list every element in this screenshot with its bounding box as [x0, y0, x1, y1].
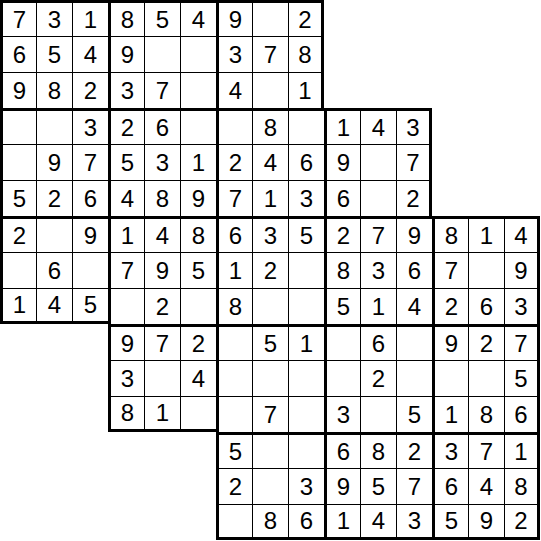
- outside-area-r14c3: [108, 504, 144, 540]
- given-cell-r10c14[interactable]: 5: [504, 360, 540, 396]
- given-cell-r6c7[interactable]: 3: [252, 216, 288, 252]
- given-cell-r6c5[interactable]: 8: [180, 216, 216, 252]
- outside-area-r12c5: [180, 432, 216, 468]
- given-cell-r8c11[interactable]: 4: [396, 288, 432, 324]
- outside-area-r2c11: [396, 72, 432, 108]
- given-cell-r12c9[interactable]: 6: [324, 432, 360, 468]
- outside-area-r9c1: [36, 324, 72, 360]
- given-cell-r14c12[interactable]: 5: [432, 504, 468, 540]
- empty-cell-r7c13[interactable]: [468, 252, 504, 288]
- outside-area-r14c1: [36, 504, 72, 540]
- given-cell-r8c0[interactable]: 1: [0, 288, 36, 324]
- outside-area-r10c0: [0, 360, 36, 396]
- outside-area-r11c1: [36, 396, 72, 432]
- outside-area-r12c3: [108, 432, 144, 468]
- given-cell-r0c8[interactable]: 2: [288, 0, 324, 36]
- empty-cell-r11c5[interactable]: [180, 396, 216, 432]
- given-cell-r11c13[interactable]: 8: [468, 396, 504, 432]
- empty-cell-r3c5[interactable]: [180, 108, 216, 144]
- empty-cell-r10c9[interactable]: [324, 360, 360, 396]
- outside-area-r9c2: [72, 324, 108, 360]
- empty-cell-r1c5[interactable]: [180, 36, 216, 72]
- outside-area-r0c9: [324, 0, 360, 36]
- empty-cell-r10c13[interactable]: [468, 360, 504, 396]
- given-cell-r13c14[interactable]: 8: [504, 468, 540, 504]
- outside-area-r4c12: [432, 144, 468, 180]
- empty-cell-r10c4[interactable]: [144, 360, 180, 396]
- given-cell-r2c6[interactable]: 4: [216, 72, 252, 108]
- given-cell-r3c7[interactable]: 8: [252, 108, 288, 144]
- outside-area-r5c13: [468, 180, 504, 216]
- empty-cell-r14c6[interactable]: [216, 504, 252, 540]
- given-cell-r13c12[interactable]: 6: [432, 468, 468, 504]
- given-cell-r14c14[interactable]: 2: [504, 504, 540, 540]
- given-cell-r11c7[interactable]: 7: [252, 396, 288, 432]
- given-cell-r5c6[interactable]: 7: [216, 180, 252, 216]
- given-cell-r9c8[interactable]: 1: [288, 324, 324, 360]
- given-cell-r9c4[interactable]: 7: [144, 324, 180, 360]
- given-cell-r14c11[interactable]: 3: [396, 504, 432, 540]
- given-cell-r4c7[interactable]: 4: [252, 144, 288, 180]
- given-cell-r5c4[interactable]: 8: [144, 180, 180, 216]
- outside-area-r4c14: [504, 144, 540, 180]
- given-cell-r5c5[interactable]: 9: [180, 180, 216, 216]
- outside-area-r1c14: [504, 36, 540, 72]
- puzzle-page: 7318549265493789823741326814397531246975…: [0, 0, 541, 541]
- given-cell-r6c13[interactable]: 1: [468, 216, 504, 252]
- given-cell-r7c7[interactable]: 2: [252, 252, 288, 288]
- given-cell-r13c8[interactable]: 3: [288, 468, 324, 504]
- given-cell-r6c12[interactable]: 8: [432, 216, 468, 252]
- given-cell-r4c1[interactable]: 9: [36, 144, 72, 180]
- empty-cell-r11c10[interactable]: [360, 396, 396, 432]
- empty-cell-r6c1[interactable]: [36, 216, 72, 252]
- sudoku-board: 7318549265493789823741326814397531246975…: [0, 0, 540, 540]
- given-cell-r1c3[interactable]: 9: [108, 36, 144, 72]
- given-cell-r9c13[interactable]: 2: [468, 324, 504, 360]
- given-cell-r10c5[interactable]: 4: [180, 360, 216, 396]
- empty-cell-r7c8[interactable]: [288, 252, 324, 288]
- given-cell-r2c0[interactable]: 9: [0, 72, 36, 108]
- outside-area-r13c0: [0, 468, 36, 504]
- outside-area-r13c5: [180, 468, 216, 504]
- outside-area-r13c4: [144, 468, 180, 504]
- given-cell-r7c10[interactable]: 3: [360, 252, 396, 288]
- given-cell-r13c9[interactable]: 9: [324, 468, 360, 504]
- given-cell-r0c1[interactable]: 3: [36, 0, 72, 36]
- empty-cell-r13c7[interactable]: [252, 468, 288, 504]
- given-cell-r0c2[interactable]: 1: [72, 0, 108, 36]
- given-cell-r4c11[interactable]: 7: [396, 144, 432, 180]
- outside-area-r0c10: [360, 0, 396, 36]
- outside-area-r12c2: [72, 432, 108, 468]
- outside-area-r3c14: [504, 108, 540, 144]
- given-cell-r7c1[interactable]: 6: [36, 252, 72, 288]
- outside-area-r2c12: [432, 72, 468, 108]
- outside-area-r4c13: [468, 144, 504, 180]
- given-cell-r8c12[interactable]: 2: [432, 288, 468, 324]
- given-cell-r13c6[interactable]: 2: [216, 468, 252, 504]
- given-cell-r9c3[interactable]: 9: [108, 324, 144, 360]
- outside-area-r14c5: [180, 504, 216, 540]
- empty-cell-r10c11[interactable]: [396, 360, 432, 396]
- outside-area-r1c9: [324, 36, 360, 72]
- given-cell-r4c3[interactable]: 5: [108, 144, 144, 180]
- given-cell-r4c6[interactable]: 2: [216, 144, 252, 180]
- given-cell-r6c3[interactable]: 1: [108, 216, 144, 252]
- given-cell-r3c11[interactable]: 3: [396, 108, 432, 144]
- given-cell-r11c14[interactable]: 6: [504, 396, 540, 432]
- given-cell-r8c4[interactable]: 2: [144, 288, 180, 324]
- empty-cell-r2c5[interactable]: [180, 72, 216, 108]
- empty-cell-r10c6[interactable]: [216, 360, 252, 396]
- outside-area-r12c0: [0, 432, 36, 468]
- given-cell-r12c11[interactable]: 2: [396, 432, 432, 468]
- given-cell-r8c1[interactable]: 4: [36, 288, 72, 324]
- outside-area-r5c12: [432, 180, 468, 216]
- given-cell-r3c4[interactable]: 6: [144, 108, 180, 144]
- given-cell-r4c5[interactable]: 1: [180, 144, 216, 180]
- empty-cell-r10c12[interactable]: [432, 360, 468, 396]
- outside-area-r2c14: [504, 72, 540, 108]
- given-cell-r4c9[interactable]: 9: [324, 144, 360, 180]
- given-cell-r2c8[interactable]: 1: [288, 72, 324, 108]
- empty-cell-r9c6[interactable]: [216, 324, 252, 360]
- empty-cell-r10c8[interactable]: [288, 360, 324, 396]
- given-cell-r14c10[interactable]: 4: [360, 504, 396, 540]
- given-cell-r13c13[interactable]: 4: [468, 468, 504, 504]
- given-cell-r6c11[interactable]: 9: [396, 216, 432, 252]
- given-cell-r7c14[interactable]: 9: [504, 252, 540, 288]
- outside-area-r3c13: [468, 108, 504, 144]
- empty-cell-r8c7[interactable]: [252, 288, 288, 324]
- outside-area-r10c1: [36, 360, 72, 396]
- given-cell-r5c0[interactable]: 5: [0, 180, 36, 216]
- empty-cell-r11c6[interactable]: [216, 396, 252, 432]
- outside-area-r1c13: [468, 36, 504, 72]
- given-cell-r13c11[interactable]: 7: [396, 468, 432, 504]
- given-cell-r7c9[interactable]: 8: [324, 252, 360, 288]
- given-cell-r14c13[interactable]: 9: [468, 504, 504, 540]
- given-cell-r1c8[interactable]: 8: [288, 36, 324, 72]
- outside-area-r1c10: [360, 36, 396, 72]
- given-cell-r6c9[interactable]: 2: [324, 216, 360, 252]
- outside-area-r1c11: [396, 36, 432, 72]
- given-cell-r10c10[interactable]: 2: [360, 360, 396, 396]
- given-cell-r0c6[interactable]: 9: [216, 0, 252, 36]
- outside-area-r14c4: [144, 504, 180, 540]
- given-cell-r1c7[interactable]: 7: [252, 36, 288, 72]
- given-cell-r6c10[interactable]: 7: [360, 216, 396, 252]
- outside-area-r1c12: [432, 36, 468, 72]
- outside-area-r3c12: [432, 108, 468, 144]
- given-cell-r7c11[interactable]: 6: [396, 252, 432, 288]
- outside-area-r12c4: [144, 432, 180, 468]
- given-cell-r4c4[interactable]: 3: [144, 144, 180, 180]
- empty-cell-r9c9[interactable]: [324, 324, 360, 360]
- given-cell-r11c4[interactable]: 1: [144, 396, 180, 432]
- given-cell-r1c1[interactable]: 5: [36, 36, 72, 72]
- given-cell-r1c6[interactable]: 3: [216, 36, 252, 72]
- outside-area-r0c12: [432, 0, 468, 36]
- given-cell-r6c2[interactable]: 9: [72, 216, 108, 252]
- given-cell-r7c3[interactable]: 7: [108, 252, 144, 288]
- given-cell-r3c9[interactable]: 1: [324, 108, 360, 144]
- given-cell-r5c8[interactable]: 3: [288, 180, 324, 216]
- empty-cell-r10c7[interactable]: [252, 360, 288, 396]
- given-cell-r0c0[interactable]: 7: [0, 0, 36, 36]
- given-cell-r14c8[interactable]: 6: [288, 504, 324, 540]
- given-cell-r9c12[interactable]: 9: [432, 324, 468, 360]
- given-cell-r2c4[interactable]: 7: [144, 72, 180, 108]
- outside-area-r2c10: [360, 72, 396, 108]
- given-cell-r5c2[interactable]: 6: [72, 180, 108, 216]
- given-cell-r9c14[interactable]: 7: [504, 324, 540, 360]
- given-cell-r2c1[interactable]: 8: [36, 72, 72, 108]
- outside-area-r14c2: [72, 504, 108, 540]
- given-cell-r6c4[interactable]: 4: [144, 216, 180, 252]
- given-cell-r2c3[interactable]: 3: [108, 72, 144, 108]
- outside-area-r2c9: [324, 72, 360, 108]
- given-cell-r0c3[interactable]: 8: [108, 0, 144, 36]
- empty-cell-r4c10[interactable]: [360, 144, 396, 180]
- given-cell-r4c8[interactable]: 6: [288, 144, 324, 180]
- empty-cell-r8c3[interactable]: [108, 288, 144, 324]
- given-cell-r8c9[interactable]: 5: [324, 288, 360, 324]
- given-cell-r6c6[interactable]: 6: [216, 216, 252, 252]
- empty-cell-r9c11[interactable]: [396, 324, 432, 360]
- given-cell-r14c7[interactable]: 8: [252, 504, 288, 540]
- empty-cell-r12c8[interactable]: [288, 432, 324, 468]
- given-cell-r8c14[interactable]: 3: [504, 288, 540, 324]
- given-cell-r3c2[interactable]: 3: [72, 108, 108, 144]
- given-cell-r12c13[interactable]: 7: [468, 432, 504, 468]
- outside-area-r11c0: [0, 396, 36, 432]
- given-cell-r5c11[interactable]: 2: [396, 180, 432, 216]
- outside-area-r12c1: [36, 432, 72, 468]
- given-cell-r11c9[interactable]: 3: [324, 396, 360, 432]
- empty-cell-r3c8[interactable]: [288, 108, 324, 144]
- given-cell-r6c14[interactable]: 4: [504, 216, 540, 252]
- given-cell-r8c6[interactable]: 8: [216, 288, 252, 324]
- outside-area-r0c14: [504, 0, 540, 36]
- given-cell-r8c13[interactable]: 6: [468, 288, 504, 324]
- given-cell-r6c0[interactable]: 2: [0, 216, 36, 252]
- empty-cell-r4c0[interactable]: [0, 144, 36, 180]
- outside-area-r14c0: [0, 504, 36, 540]
- empty-cell-r7c0[interactable]: [0, 252, 36, 288]
- given-cell-r6c8[interactable]: 5: [288, 216, 324, 252]
- given-cell-r9c5[interactable]: 2: [180, 324, 216, 360]
- outside-area-r0c11: [396, 0, 432, 36]
- given-cell-r11c11[interactable]: 5: [396, 396, 432, 432]
- empty-cell-r0c7[interactable]: [252, 0, 288, 36]
- empty-cell-r8c5[interactable]: [180, 288, 216, 324]
- given-cell-r4c2[interactable]: 7: [72, 144, 108, 180]
- given-cell-r9c7[interactable]: 5: [252, 324, 288, 360]
- empty-cell-r5c10[interactable]: [360, 180, 396, 216]
- given-cell-r3c3[interactable]: 2: [108, 108, 144, 144]
- given-cell-r9c10[interactable]: 6: [360, 324, 396, 360]
- given-cell-r7c4[interactable]: 9: [144, 252, 180, 288]
- given-cell-r11c3[interactable]: 8: [108, 396, 144, 432]
- given-cell-r1c2[interactable]: 4: [72, 36, 108, 72]
- given-cell-r7c12[interactable]: 7: [432, 252, 468, 288]
- empty-cell-r1c4[interactable]: [144, 36, 180, 72]
- empty-cell-r12c7[interactable]: [252, 432, 288, 468]
- outside-area-r13c2: [72, 468, 108, 504]
- given-cell-r5c7[interactable]: 1: [252, 180, 288, 216]
- outside-area-r0c13: [468, 0, 504, 36]
- outside-area-r2c13: [468, 72, 504, 108]
- outside-area-r10c2: [72, 360, 108, 396]
- given-cell-r5c3[interactable]: 4: [108, 180, 144, 216]
- given-cell-r7c6[interactable]: 1: [216, 252, 252, 288]
- empty-cell-r3c6[interactable]: [216, 108, 252, 144]
- outside-area-r13c1: [36, 468, 72, 504]
- outside-area-r9c0: [0, 324, 36, 360]
- given-cell-r5c1[interactable]: 2: [36, 180, 72, 216]
- given-cell-r11c12[interactable]: 1: [432, 396, 468, 432]
- given-cell-r12c12[interactable]: 3: [432, 432, 468, 468]
- given-cell-r1c0[interactable]: 6: [0, 36, 36, 72]
- outside-area-r13c3: [108, 468, 144, 504]
- empty-cell-r8c8[interactable]: [288, 288, 324, 324]
- given-cell-r0c4[interactable]: 5: [144, 0, 180, 36]
- given-cell-r3c10[interactable]: 4: [360, 108, 396, 144]
- empty-cell-r3c1[interactable]: [36, 108, 72, 144]
- outside-area-r5c14: [504, 180, 540, 216]
- empty-cell-r7c2[interactable]: [72, 252, 108, 288]
- empty-cell-r3c0[interactable]: [0, 108, 36, 144]
- given-cell-r12c14[interactable]: 1: [504, 432, 540, 468]
- given-cell-r12c10[interactable]: 8: [360, 432, 396, 468]
- empty-cell-r2c7[interactable]: [252, 72, 288, 108]
- given-cell-r10c3[interactable]: 3: [108, 360, 144, 396]
- given-cell-r2c2[interactable]: 2: [72, 72, 108, 108]
- given-cell-r0c5[interactable]: 4: [180, 0, 216, 36]
- given-cell-r13c10[interactable]: 5: [360, 468, 396, 504]
- empty-cell-r11c8[interactable]: [288, 396, 324, 432]
- given-cell-r8c10[interactable]: 1: [360, 288, 396, 324]
- given-cell-r7c5[interactable]: 5: [180, 252, 216, 288]
- given-cell-r12c6[interactable]: 5: [216, 432, 252, 468]
- outside-area-r11c2: [72, 396, 108, 432]
- given-cell-r14c9[interactable]: 1: [324, 504, 360, 540]
- given-cell-r5c9[interactable]: 6: [324, 180, 360, 216]
- given-cell-r8c2[interactable]: 5: [72, 288, 108, 324]
